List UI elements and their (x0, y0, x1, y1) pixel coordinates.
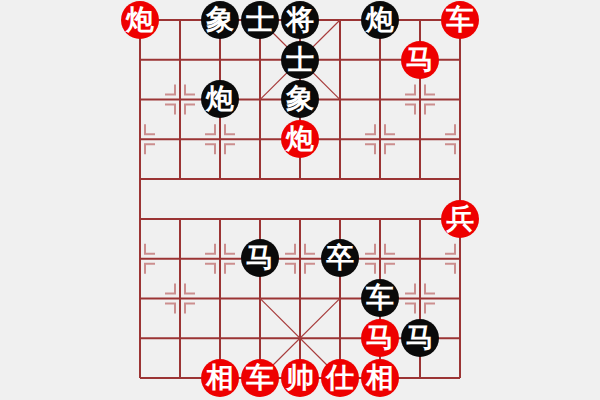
piece-red-horse-h9[interactable]: 马 (401, 41, 439, 79)
xiangqi-screen: 炮象士将炮车士马炮象炮兵马卒车马马相车帅仕相 (0, 0, 600, 400)
piece-red-elephant-c1[interactable]: 相 (201, 359, 239, 397)
piece-black-pawn-f4[interactable]: 卒 (321, 239, 359, 277)
piece-black-general-e10[interactable]: 将 (281, 1, 319, 39)
piece-black-elephant-c10[interactable]: 象 (201, 1, 239, 39)
piece-red-advisor-f1[interactable]: 仕 (321, 359, 359, 397)
piece-black-horse-h2[interactable]: 马 (401, 319, 439, 357)
piece-black-horse-d4[interactable]: 马 (241, 239, 279, 277)
piece-red-elephant-g1[interactable]: 相 (361, 359, 399, 397)
piece-red-cannon-e7[interactable]: 炮 (281, 120, 319, 158)
piece-red-cannon-a10[interactable]: 炮 (121, 1, 159, 39)
piece-black-advisor-e9[interactable]: 士 (281, 41, 319, 79)
piece-black-cannon-c8[interactable]: 炮 (201, 80, 239, 118)
piece-red-chariot-i10[interactable]: 车 (441, 1, 479, 39)
piece-red-horse-g2[interactable]: 马 (361, 319, 399, 357)
pieces-layer: 炮象士将炮车士马炮象炮兵马卒车马马相车帅仕相 (120, 0, 480, 398)
piece-black-chariot-g3[interactable]: 车 (361, 279, 399, 317)
piece-red-king-e1[interactable]: 帅 (281, 359, 319, 397)
piece-black-advisor-d10[interactable]: 士 (241, 1, 279, 39)
piece-black-cannon-g10[interactable]: 炮 (361, 1, 399, 39)
piece-red-pawn-i5[interactable]: 兵 (441, 200, 479, 238)
piece-red-chariot-d1[interactable]: 车 (241, 359, 279, 397)
piece-black-elephant-e8[interactable]: 象 (281, 80, 319, 118)
